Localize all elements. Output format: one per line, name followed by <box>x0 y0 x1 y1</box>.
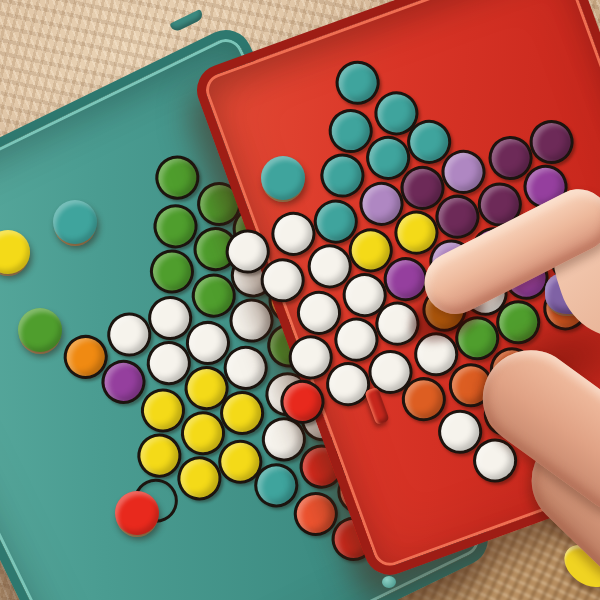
scene <box>0 0 600 600</box>
loose-disc-teal[interactable] <box>53 200 97 244</box>
loose-disc-teal[interactable] <box>261 156 305 200</box>
loose-disc-green[interactable] <box>18 308 62 352</box>
tray-rivet <box>382 576 396 588</box>
loose-disc-red[interactable] <box>115 491 159 535</box>
